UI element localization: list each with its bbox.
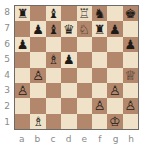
square-c7[interactable]: ♝ — [46, 21, 61, 36]
black-pawn-icon: ♟ — [124, 38, 136, 51]
square-c8[interactable]: ♝ — [46, 6, 61, 21]
square-d4[interactable] — [61, 68, 76, 83]
square-h5[interactable] — [123, 52, 138, 67]
black-pawn-icon: ♟ — [109, 23, 121, 36]
square-a8[interactable]: ♜ — [15, 6, 30, 21]
square-b7[interactable]: ♟ — [30, 21, 45, 36]
square-c5[interactable]: ♗ — [46, 52, 61, 67]
white-bishop-icon: ♗ — [32, 115, 44, 128]
file-label-c: c — [45, 132, 61, 144]
rank-label-1: 1 — [0, 118, 14, 127]
black-bishop-icon: ♝ — [48, 7, 60, 20]
square-d5[interactable]: ♟ — [61, 52, 76, 67]
chess-board: ♜♝♖♞♚♟♝♛♘♜♟♟♟♗♟♙♕♙♙♙♙♗♔ — [14, 5, 139, 130]
square-f2[interactable]: ♙ — [92, 98, 107, 113]
rank-label-6: 6 — [0, 40, 14, 49]
square-e2[interactable] — [77, 98, 92, 113]
square-g2[interactable] — [107, 98, 122, 113]
square-g8[interactable] — [107, 6, 122, 21]
square-f1[interactable] — [92, 114, 107, 129]
square-c3[interactable] — [46, 83, 61, 98]
square-a1[interactable] — [15, 114, 30, 129]
square-g7[interactable]: ♟ — [107, 21, 122, 36]
file-label-h: h — [123, 132, 139, 144]
rank-label-8: 8 — [0, 8, 14, 17]
white-king-icon: ♔ — [109, 115, 121, 128]
square-a4[interactable] — [15, 68, 30, 83]
square-b3[interactable] — [30, 83, 45, 98]
square-a5[interactable] — [15, 52, 30, 67]
square-h4[interactable]: ♕ — [123, 68, 138, 83]
square-a3[interactable]: ♙ — [15, 83, 30, 98]
square-h7[interactable] — [123, 21, 138, 36]
square-a2[interactable] — [15, 98, 30, 113]
square-a7[interactable] — [15, 21, 30, 36]
rank-labels: 87654321 — [0, 5, 14, 130]
white-pawn-icon: ♙ — [94, 99, 106, 112]
black-knight-icon: ♞ — [94, 7, 106, 20]
square-e8[interactable]: ♖ — [77, 6, 92, 21]
black-bishop-icon: ♝ — [48, 23, 60, 36]
square-h8[interactable]: ♚ — [123, 6, 138, 21]
black-pawn-icon: ♟ — [32, 23, 44, 36]
rank-label-5: 5 — [0, 55, 14, 64]
square-h1[interactable] — [123, 114, 138, 129]
square-f6[interactable] — [92, 37, 107, 52]
square-g1[interactable]: ♔ — [107, 114, 122, 129]
file-label-b: b — [30, 132, 46, 144]
file-label-a: a — [14, 132, 30, 144]
black-pawn-icon: ♟ — [63, 53, 75, 66]
rank-label-3: 3 — [0, 86, 14, 95]
square-e3[interactable] — [77, 83, 92, 98]
square-c6[interactable] — [46, 37, 61, 52]
square-h2[interactable]: ♙ — [123, 98, 138, 113]
black-pawn-icon: ♟ — [17, 38, 29, 51]
white-pawn-icon: ♙ — [124, 99, 136, 112]
square-d3[interactable] — [61, 83, 76, 98]
rank-label-2: 2 — [0, 102, 14, 111]
square-b6[interactable] — [30, 37, 45, 52]
square-g3[interactable]: ♙ — [107, 83, 122, 98]
white-knight-icon: ♘ — [78, 23, 90, 36]
square-b2[interactable] — [30, 98, 45, 113]
square-h3[interactable] — [123, 83, 138, 98]
square-c4[interactable] — [46, 68, 61, 83]
rank-label-4: 4 — [0, 71, 14, 80]
white-rook-icon: ♖ — [78, 7, 90, 20]
square-b1[interactable]: ♗ — [30, 114, 45, 129]
square-e6[interactable] — [77, 37, 92, 52]
square-g4[interactable] — [107, 68, 122, 83]
square-e5[interactable] — [77, 52, 92, 67]
white-pawn-icon: ♙ — [17, 84, 29, 97]
white-pawn-icon: ♙ — [32, 69, 44, 82]
square-b5[interactable] — [30, 52, 45, 67]
black-king-icon: ♚ — [124, 7, 136, 20]
file-label-g: g — [108, 132, 124, 144]
square-d8[interactable] — [61, 6, 76, 21]
white-pawn-icon: ♙ — [109, 84, 121, 97]
square-b8[interactable] — [30, 6, 45, 21]
square-f8[interactable]: ♞ — [92, 6, 107, 21]
square-c1[interactable] — [46, 114, 61, 129]
black-rook-icon: ♜ — [94, 23, 106, 36]
chess-diagram: 87654321 ♜♝♖♞♚♟♝♛♘♜♟♟♟♗♟♙♕♙♙♙♙♗♔ abcdefg… — [0, 0, 142, 146]
rank-label-7: 7 — [0, 24, 14, 33]
square-g5[interactable] — [107, 52, 122, 67]
square-e4[interactable] — [77, 68, 92, 83]
square-e7[interactable]: ♘ — [77, 21, 92, 36]
square-e1[interactable] — [77, 114, 92, 129]
black-queen-icon: ♛ — [63, 23, 75, 36]
file-label-d: d — [61, 132, 77, 144]
square-f4[interactable] — [92, 68, 107, 83]
square-f7[interactable]: ♜ — [92, 21, 107, 36]
square-b4[interactable]: ♙ — [30, 68, 45, 83]
file-label-f: f — [92, 132, 108, 144]
square-d7[interactable]: ♛ — [61, 21, 76, 36]
white-bishop-icon: ♗ — [48, 53, 60, 66]
square-c2[interactable] — [46, 98, 61, 113]
file-labels: abcdefgh — [14, 130, 139, 146]
square-d1[interactable] — [61, 114, 76, 129]
square-a6[interactable]: ♟ — [15, 37, 30, 52]
square-d6[interactable] — [61, 37, 76, 52]
black-rook-icon: ♜ — [17, 7, 29, 20]
square-h6[interactable]: ♟ — [123, 37, 138, 52]
square-f5[interactable] — [92, 52, 107, 67]
square-d2[interactable] — [61, 98, 76, 113]
file-label-e: e — [77, 132, 93, 144]
square-g6[interactable] — [107, 37, 122, 52]
square-f3[interactable] — [92, 83, 107, 98]
white-queen-icon: ♕ — [124, 69, 136, 82]
